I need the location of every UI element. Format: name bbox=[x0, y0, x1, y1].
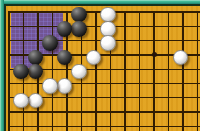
white-stone[interactable] bbox=[42, 78, 58, 94]
black-stone[interactable] bbox=[42, 35, 58, 51]
grid-line-vertical bbox=[182, 11, 183, 131]
white-stone[interactable] bbox=[71, 64, 87, 80]
black-stone[interactable] bbox=[57, 50, 73, 66]
white-stone[interactable] bbox=[57, 78, 73, 94]
white-stone[interactable] bbox=[100, 35, 116, 51]
grid-line-vertical bbox=[153, 11, 154, 131]
grid-line-vertical bbox=[52, 11, 53, 131]
white-stone[interactable] bbox=[86, 50, 102, 66]
black-stone[interactable] bbox=[71, 7, 87, 23]
go-app-window bbox=[0, 0, 200, 131]
grid-line-vertical bbox=[8, 11, 10, 131]
grid-line-horizontal bbox=[8, 126, 200, 127]
white-stone[interactable] bbox=[100, 21, 116, 37]
grid-line-vertical bbox=[124, 11, 125, 131]
white-stone[interactable] bbox=[13, 93, 29, 109]
white-stone[interactable] bbox=[173, 50, 189, 66]
white-stone[interactable] bbox=[28, 93, 44, 109]
black-stone[interactable] bbox=[57, 21, 73, 37]
grid-line-vertical bbox=[139, 11, 140, 131]
window-frame-left bbox=[0, 0, 4, 131]
grid-line-horizontal bbox=[8, 111, 200, 112]
black-stone[interactable] bbox=[71, 21, 87, 37]
white-stone[interactable] bbox=[100, 7, 116, 23]
window-frame-top bbox=[0, 0, 200, 4]
grid-line-vertical bbox=[95, 11, 96, 131]
go-board[interactable] bbox=[4, 4, 200, 131]
grid-line-vertical bbox=[168, 11, 169, 131]
grid-line-vertical bbox=[197, 11, 198, 131]
black-stone[interactable] bbox=[28, 50, 44, 66]
star-point bbox=[152, 52, 157, 57]
black-stone[interactable] bbox=[13, 64, 29, 80]
black-stone[interactable] bbox=[28, 64, 44, 80]
grid-line-horizontal bbox=[8, 83, 200, 84]
